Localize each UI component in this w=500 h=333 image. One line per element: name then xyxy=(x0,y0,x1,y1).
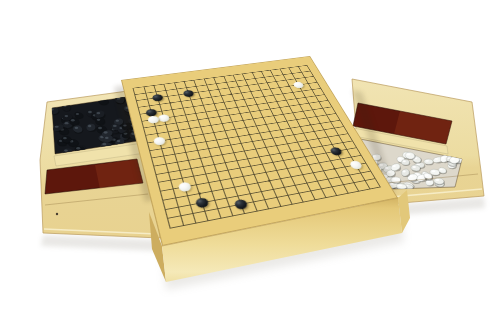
white-bowl-stone xyxy=(401,159,409,165)
grid-line-horizontal xyxy=(135,71,311,95)
left-drawer-knot xyxy=(56,213,58,215)
white-stone xyxy=(292,81,304,88)
star-point xyxy=(169,102,172,104)
go-table-scene xyxy=(0,0,500,333)
white-bowl-stone xyxy=(424,159,433,164)
white-stone xyxy=(348,160,363,170)
star-point xyxy=(230,93,233,95)
star-point xyxy=(268,180,271,182)
black-stone xyxy=(195,197,210,208)
black-stone xyxy=(152,94,164,102)
black-stone xyxy=(329,147,343,156)
black-stone xyxy=(183,90,195,98)
star-point xyxy=(198,192,201,194)
white-stone xyxy=(157,114,170,123)
black-stone xyxy=(234,199,249,210)
white-stone xyxy=(178,182,192,193)
white-stone xyxy=(147,115,160,124)
white-stone xyxy=(152,136,165,145)
